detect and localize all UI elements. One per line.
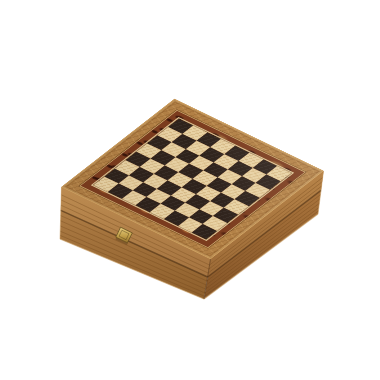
product-photo <box>0 0 380 380</box>
